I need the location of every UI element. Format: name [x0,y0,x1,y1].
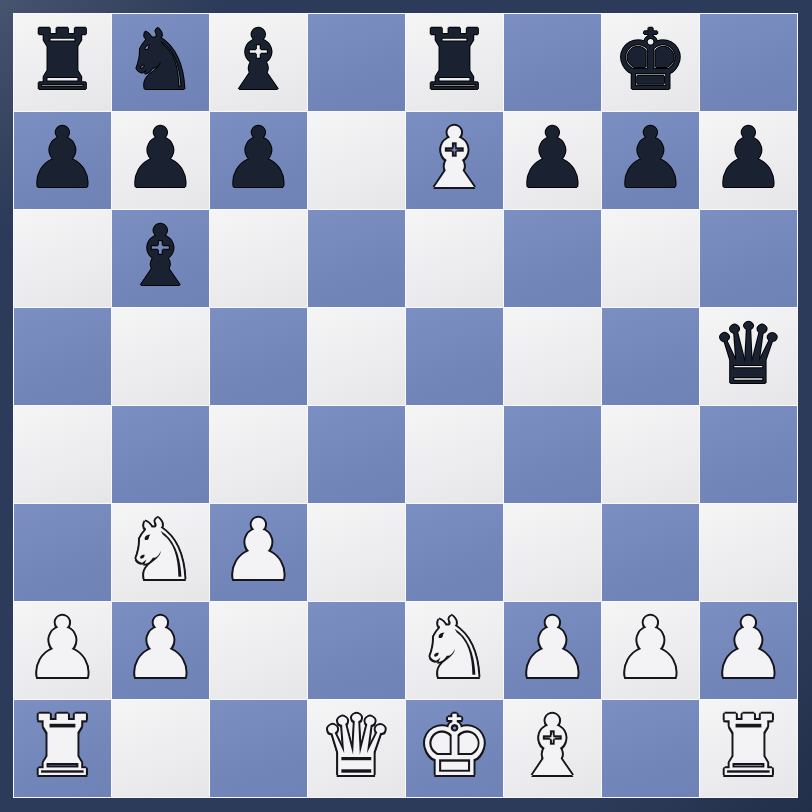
square-a3[interactable] [14,504,111,601]
square-d1[interactable]: ♛ [308,700,405,797]
piece-white-rook-a1[interactable]: ♜ [25,704,100,788]
square-g7[interactable]: ♟ [602,112,699,209]
piece-white-knight-e2[interactable]: ♞ [417,606,492,690]
square-d6[interactable] [308,210,405,307]
square-d5[interactable] [308,308,405,405]
square-e1[interactable]: ♚ [406,700,503,797]
square-g4[interactable] [602,406,699,503]
piece-black-pawn-f7[interactable]: ♟ [515,116,590,200]
square-c4[interactable] [210,406,307,503]
square-f7[interactable]: ♟ [504,112,601,209]
square-h5[interactable]: ♛ [700,308,797,405]
square-f2[interactable]: ♟ [504,602,601,699]
square-c3[interactable]: ♟ [210,504,307,601]
chess-board: ♜♞♝♜♚♟♟♟♝♟♟♟♝♛♞♟♟♟♞♟♟♟♜♛♚♝♜ [13,13,798,798]
piece-black-pawn-g7[interactable]: ♟ [613,116,688,200]
square-c1[interactable] [210,700,307,797]
piece-black-bishop-c8[interactable]: ♝ [221,18,296,102]
square-g1[interactable] [602,700,699,797]
square-h6[interactable] [700,210,797,307]
square-d2[interactable] [308,602,405,699]
piece-black-king-g8[interactable]: ♚ [613,18,688,102]
square-g2[interactable]: ♟ [602,602,699,699]
square-c5[interactable] [210,308,307,405]
square-a5[interactable] [14,308,111,405]
square-f5[interactable] [504,308,601,405]
piece-white-pawn-c3[interactable]: ♟ [221,508,296,592]
square-b7[interactable]: ♟ [112,112,209,209]
square-b2[interactable]: ♟ [112,602,209,699]
square-a2[interactable]: ♟ [14,602,111,699]
square-f4[interactable] [504,406,601,503]
square-g5[interactable] [602,308,699,405]
square-b8[interactable]: ♞ [112,14,209,111]
square-c7[interactable]: ♟ [210,112,307,209]
square-f1[interactable]: ♝ [504,700,601,797]
square-d8[interactable] [308,14,405,111]
square-h2[interactable]: ♟ [700,602,797,699]
piece-white-king-e1[interactable]: ♚ [417,704,492,788]
square-f3[interactable] [504,504,601,601]
piece-white-queen-d1[interactable]: ♛ [319,704,394,788]
square-c2[interactable] [210,602,307,699]
square-g8[interactable]: ♚ [602,14,699,111]
board-frame: ♜♞♝♜♚♟♟♟♝♟♟♟♝♛♞♟♟♟♞♟♟♟♜♛♚♝♜ [0,0,812,812]
square-d4[interactable] [308,406,405,503]
square-h7[interactable]: ♟ [700,112,797,209]
square-f6[interactable] [504,210,601,307]
square-e7[interactable]: ♝ [406,112,503,209]
square-a4[interactable] [14,406,111,503]
square-a6[interactable] [14,210,111,307]
square-e2[interactable]: ♞ [406,602,503,699]
square-d7[interactable] [308,112,405,209]
square-e5[interactable] [406,308,503,405]
piece-white-pawn-g2[interactable]: ♟ [613,606,688,690]
piece-black-queen-h5[interactable]: ♛ [711,312,786,396]
square-e6[interactable] [406,210,503,307]
square-h8[interactable] [700,14,797,111]
square-g6[interactable] [602,210,699,307]
square-b1[interactable] [112,700,209,797]
piece-black-pawn-h7[interactable]: ♟ [711,116,786,200]
piece-black-knight-b8[interactable]: ♞ [123,18,198,102]
square-b3[interactable]: ♞ [112,504,209,601]
piece-white-bishop-e7[interactable]: ♝ [417,116,492,200]
square-c8[interactable]: ♝ [210,14,307,111]
piece-black-bishop-b6[interactable]: ♝ [123,214,198,298]
piece-white-rook-h1[interactable]: ♜ [711,704,786,788]
square-g3[interactable] [602,504,699,601]
square-e3[interactable] [406,504,503,601]
square-b5[interactable] [112,308,209,405]
square-a1[interactable]: ♜ [14,700,111,797]
piece-white-pawn-b2[interactable]: ♟ [123,606,198,690]
square-c6[interactable] [210,210,307,307]
piece-white-pawn-a2[interactable]: ♟ [25,606,100,690]
square-h4[interactable] [700,406,797,503]
square-a7[interactable]: ♟ [14,112,111,209]
square-h1[interactable]: ♜ [700,700,797,797]
square-h3[interactable] [700,504,797,601]
square-b6[interactable]: ♝ [112,210,209,307]
square-e4[interactable] [406,406,503,503]
square-a8[interactable]: ♜ [14,14,111,111]
piece-white-pawn-h2[interactable]: ♟ [711,606,786,690]
piece-black-pawn-b7[interactable]: ♟ [123,116,198,200]
piece-black-pawn-c7[interactable]: ♟ [221,116,296,200]
square-f8[interactable] [504,14,601,111]
piece-black-pawn-a7[interactable]: ♟ [25,116,100,200]
piece-white-pawn-f2[interactable]: ♟ [515,606,590,690]
square-e8[interactable]: ♜ [406,14,503,111]
piece-white-bishop-f1[interactable]: ♝ [515,704,590,788]
piece-black-rook-a8[interactable]: ♜ [25,18,100,102]
square-b4[interactable] [112,406,209,503]
piece-white-knight-b3[interactable]: ♞ [123,508,198,592]
piece-black-rook-e8[interactable]: ♜ [417,18,492,102]
square-d3[interactable] [308,504,405,601]
